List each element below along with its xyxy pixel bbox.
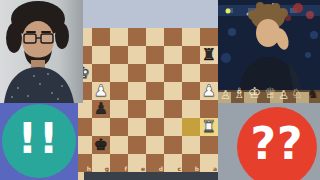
square-g1[interactable] xyxy=(92,28,110,46)
square-g7[interactable]: ♚ xyxy=(92,136,110,154)
square-c8[interactable]: c xyxy=(164,154,182,172)
square-e6[interactable] xyxy=(128,118,146,136)
white-pawn[interactable]: ♟ xyxy=(92,82,110,100)
svg-text:♞: ♞ xyxy=(307,86,319,101)
brilliant-move-text: !! xyxy=(18,114,60,163)
square-a8[interactable]: a xyxy=(200,154,218,172)
white-pawn[interactable]: ♟ xyxy=(200,82,218,100)
square-b8[interactable]: b xyxy=(182,154,200,172)
square-e2[interactable] xyxy=(128,46,146,64)
square-g6[interactable] xyxy=(92,118,110,136)
square-b4[interactable] xyxy=(182,82,200,100)
black-rook[interactable]: ♜ xyxy=(200,46,218,64)
right-player-photo: ♙ ♗ ♔ ♕ ♙ ♘ ♞ xyxy=(218,0,320,103)
square-d3[interactable] xyxy=(146,64,164,82)
svg-text:♙: ♙ xyxy=(220,88,231,102)
left-badge-panel: !! xyxy=(0,103,78,180)
square-a2[interactable]: ♜ xyxy=(200,46,218,64)
svg-text:♘: ♘ xyxy=(291,86,303,101)
square-d2[interactable] xyxy=(146,46,164,64)
svg-text:♗: ♗ xyxy=(233,85,246,101)
square-f6[interactable] xyxy=(110,118,128,136)
square-e5[interactable] xyxy=(128,100,146,118)
square-c6[interactable] xyxy=(164,118,182,136)
square-b3[interactable] xyxy=(182,64,200,82)
square-c4[interactable] xyxy=(164,82,182,100)
square-f7[interactable] xyxy=(110,136,128,154)
square-f1[interactable] xyxy=(110,28,128,46)
right-badge-panel: ?? xyxy=(218,103,320,180)
square-f8[interactable]: f xyxy=(110,154,128,172)
square-f3[interactable] xyxy=(110,64,128,82)
right-player-webcam: ♙ ♗ ♔ ♕ ♙ ♘ ♞ xyxy=(218,0,320,103)
square-b1[interactable] xyxy=(182,28,200,46)
blunder-text: ?? xyxy=(250,118,303,169)
square-g2[interactable] xyxy=(92,46,110,64)
square-c1[interactable] xyxy=(164,28,182,46)
square-f2[interactable] xyxy=(110,46,128,64)
square-a3[interactable] xyxy=(200,64,218,82)
square-c2[interactable] xyxy=(164,46,182,64)
square-a6[interactable]: ♜ xyxy=(200,118,218,136)
square-g4[interactable]: ♟ xyxy=(92,82,110,100)
square-f4[interactable] xyxy=(110,82,128,100)
square-d8[interactable]: d xyxy=(146,154,164,172)
square-a7[interactable] xyxy=(200,136,218,154)
square-g5[interactable]: ♟ xyxy=(92,100,110,118)
chess-board: ♜♚♟♟♟♜♚hgfedcba xyxy=(74,28,218,172)
square-e7[interactable] xyxy=(128,136,146,154)
square-b5[interactable] xyxy=(182,100,200,118)
square-d1[interactable] xyxy=(146,28,164,46)
square-a1[interactable] xyxy=(200,28,218,46)
square-e4[interactable] xyxy=(128,82,146,100)
svg-text:♙: ♙ xyxy=(278,88,289,102)
brilliant-move-badge: !! xyxy=(2,104,76,178)
square-d4[interactable] xyxy=(146,82,164,100)
square-a4[interactable]: ♟ xyxy=(200,82,218,100)
video-thumbnail: ♜♚♟♟♟♜♚hgfedcba xyxy=(0,0,320,180)
square-c3[interactable] xyxy=(164,64,182,82)
square-e8[interactable]: e xyxy=(128,154,146,172)
square-d7[interactable] xyxy=(146,136,164,154)
svg-text:♕: ♕ xyxy=(264,85,277,101)
square-d6[interactable] xyxy=(146,118,164,136)
square-b6[interactable] xyxy=(182,118,200,136)
svg-text:♔: ♔ xyxy=(248,84,261,102)
black-king[interactable]: ♚ xyxy=(92,136,110,154)
black-pawn[interactable]: ♟ xyxy=(92,100,110,118)
square-c5[interactable] xyxy=(164,100,182,118)
square-d5[interactable] xyxy=(146,100,164,118)
board-bottom-strip xyxy=(84,172,218,180)
square-b7[interactable] xyxy=(182,136,200,154)
left-player-photo xyxy=(0,0,83,103)
square-g8[interactable]: g xyxy=(92,154,110,172)
square-c7[interactable] xyxy=(164,136,182,154)
green-light-dot xyxy=(226,9,231,14)
square-e1[interactable] xyxy=(128,28,146,46)
left-player-webcam xyxy=(0,0,83,103)
square-a5[interactable] xyxy=(200,100,218,118)
square-g3[interactable] xyxy=(92,64,110,82)
square-f5[interactable] xyxy=(110,100,128,118)
blunder-badge: ?? xyxy=(237,107,317,180)
square-b2[interactable] xyxy=(182,46,200,64)
square-e3[interactable] xyxy=(128,64,146,82)
white-rook[interactable]: ♜ xyxy=(200,118,218,136)
